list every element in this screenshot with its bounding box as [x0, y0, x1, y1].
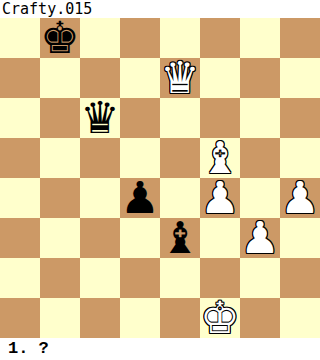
square-h7[interactable]: [280, 58, 320, 98]
square-d6[interactable]: [120, 98, 160, 138]
square-g3[interactable]: ♟: [240, 218, 280, 258]
square-f3[interactable]: [200, 218, 240, 258]
square-e2[interactable]: [160, 258, 200, 298]
square-c7[interactable]: [80, 58, 120, 98]
square-d1[interactable]: [120, 298, 160, 338]
square-a8[interactable]: [0, 18, 40, 58]
square-b1[interactable]: [40, 298, 80, 338]
square-c1[interactable]: [80, 298, 120, 338]
square-e3[interactable]: ♝: [160, 218, 200, 258]
square-e8[interactable]: [160, 18, 200, 58]
square-h8[interactable]: [280, 18, 320, 58]
square-g4[interactable]: [240, 178, 280, 218]
square-h4[interactable]: ♟: [280, 178, 320, 218]
square-f8[interactable]: [200, 18, 240, 58]
square-b7[interactable]: [40, 58, 80, 98]
square-b8[interactable]: ♚: [40, 18, 80, 58]
piece-white-pawn: ♟: [280, 178, 319, 218]
square-g8[interactable]: [240, 18, 280, 58]
square-f4[interactable]: ♟: [200, 178, 240, 218]
square-d5[interactable]: [120, 138, 160, 178]
square-e5[interactable]: [160, 138, 200, 178]
piece-white-pawn: ♟: [200, 178, 239, 218]
page-title: Crafty.015: [2, 1, 92, 17]
square-g6[interactable]: [240, 98, 280, 138]
square-h1[interactable]: [280, 298, 320, 338]
square-a7[interactable]: [0, 58, 40, 98]
square-f6[interactable]: [200, 98, 240, 138]
square-d8[interactable]: [120, 18, 160, 58]
square-e7[interactable]: ♛: [160, 58, 200, 98]
square-a2[interactable]: [0, 258, 40, 298]
piece-white-king: ♚: [200, 298, 239, 338]
square-b2[interactable]: [40, 258, 80, 298]
piece-black-bishop: ♝: [160, 218, 199, 258]
piece-black-pawn: ♟: [120, 178, 159, 218]
square-g7[interactable]: [240, 58, 280, 98]
square-f5[interactable]: ♝: [200, 138, 240, 178]
square-h6[interactable]: [280, 98, 320, 138]
square-b6[interactable]: [40, 98, 80, 138]
square-h3[interactable]: [280, 218, 320, 258]
piece-white-pawn: ♟: [240, 218, 279, 258]
square-a6[interactable]: [0, 98, 40, 138]
square-c2[interactable]: [80, 258, 120, 298]
piece-black-queen: ♛: [80, 98, 119, 138]
piece-white-bishop: ♝: [200, 138, 239, 178]
square-d3[interactable]: [120, 218, 160, 258]
square-c8[interactable]: [80, 18, 120, 58]
square-h2[interactable]: [280, 258, 320, 298]
square-c5[interactable]: [80, 138, 120, 178]
square-b5[interactable]: [40, 138, 80, 178]
square-f1[interactable]: ♚: [200, 298, 240, 338]
square-e4[interactable]: [160, 178, 200, 218]
chess-board: ♚♛♛♝♟♟♟♝♟♚: [0, 18, 320, 338]
piece-white-queen: ♛: [160, 58, 199, 98]
square-e1[interactable]: [160, 298, 200, 338]
square-g2[interactable]: [240, 258, 280, 298]
square-g1[interactable]: [240, 298, 280, 338]
square-c4[interactable]: [80, 178, 120, 218]
square-c6[interactable]: ♛: [80, 98, 120, 138]
square-d7[interactable]: [120, 58, 160, 98]
square-a1[interactable]: [0, 298, 40, 338]
square-a3[interactable]: [0, 218, 40, 258]
piece-black-king: ♚: [40, 18, 79, 58]
square-a5[interactable]: [0, 138, 40, 178]
square-b4[interactable]: [40, 178, 80, 218]
square-c3[interactable]: [80, 218, 120, 258]
square-d4[interactable]: ♟: [120, 178, 160, 218]
square-b3[interactable]: [40, 218, 80, 258]
square-d2[interactable]: [120, 258, 160, 298]
move-prompt: 1. ?: [8, 340, 49, 358]
square-g5[interactable]: [240, 138, 280, 178]
square-h5[interactable]: [280, 138, 320, 178]
square-e6[interactable]: [160, 98, 200, 138]
square-f2[interactable]: [200, 258, 240, 298]
square-a4[interactable]: [0, 178, 40, 218]
square-f7[interactable]: [200, 58, 240, 98]
chess-diagram-page: Crafty.015 ♚♛♛♝♟♟♟♝♟♚ 1. ?: [0, 0, 320, 360]
